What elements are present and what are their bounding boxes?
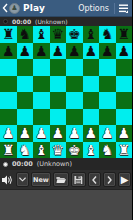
white-rook: ♜ [117, 142, 130, 159]
chevron-right-icon [107, 176, 112, 184]
black-rook: ♜ [117, 26, 130, 43]
square-b6[interactable] [17, 59, 34, 76]
collapse-toolbar-button[interactable] [16, 172, 29, 187]
volume-button[interactable] [1, 172, 14, 187]
square-g5[interactable] [99, 76, 116, 93]
new-game-button[interactable]: New [31, 172, 51, 187]
square-b3[interactable] [17, 109, 34, 126]
square-d8[interactable]: ♛ [50, 26, 67, 43]
square-c6[interactable] [33, 59, 50, 76]
square-c5[interactable] [33, 76, 50, 93]
square-h2[interactable]: ♟ [116, 125, 133, 142]
chevron-down-icon [19, 177, 26, 182]
square-f8[interactable]: ♝ [83, 26, 100, 43]
square-d6[interactable] [50, 59, 67, 76]
black-pawn: ♟ [35, 43, 48, 60]
app-icon: ♟ [9, 3, 20, 14]
square-c2[interactable]: ♟ [33, 125, 50, 142]
square-e6[interactable] [66, 59, 83, 76]
play-forward-button[interactable]: ▶ [118, 172, 131, 187]
previous-move-button[interactable] [88, 172, 101, 187]
white-bishop: ♝ [35, 142, 48, 159]
app-icon-glyph: ♟ [11, 4, 17, 13]
white-pawn: ♟ [101, 125, 114, 142]
white-pawn: ♟ [117, 125, 130, 142]
square-a5[interactable] [0, 76, 17, 93]
white-pawn: ♟ [35, 125, 48, 142]
square-h6[interactable] [116, 59, 133, 76]
square-b5[interactable] [17, 76, 34, 93]
black-pawn: ♟ [2, 43, 15, 60]
white-knight: ♞ [18, 142, 31, 159]
square-f5[interactable] [83, 76, 100, 93]
title-bar: ♟ Play Options [0, 0, 132, 17]
white-king: ♚ [68, 142, 81, 159]
square-g7[interactable]: ♟ [99, 43, 116, 60]
square-h4[interactable] [116, 92, 133, 109]
square-d7[interactable]: ♟ [50, 43, 67, 60]
square-g4[interactable] [99, 92, 116, 109]
black-queen: ♛ [51, 26, 64, 43]
square-f4[interactable] [83, 92, 100, 109]
square-b8[interactable]: ♞ [17, 26, 34, 43]
square-g8[interactable]: ♞ [99, 26, 116, 43]
square-d3[interactable] [50, 109, 67, 126]
chess-app-screen: ♟ Play Options 00:00 (Unknown) ♜♞♝♛♚♝♞♜♟… [0, 0, 132, 220]
white-clock-time: 00:00 [12, 160, 33, 168]
square-d2[interactable]: ♟ [50, 125, 67, 142]
square-h7[interactable]: ♟ [116, 43, 133, 60]
black-circle-icon [3, 19, 8, 24]
black-king: ♚ [68, 26, 81, 43]
square-h1[interactable]: ♜ [116, 142, 133, 159]
white-player-name: (Unknown) [37, 160, 72, 168]
black-rook: ♜ [2, 26, 15, 43]
square-g2[interactable]: ♟ [99, 125, 116, 142]
options-button[interactable]: Options [74, 0, 113, 17]
square-e1[interactable]: ♚ [66, 142, 83, 159]
black-pawn: ♟ [117, 43, 130, 60]
square-c8[interactable]: ♝ [33, 26, 50, 43]
square-c1[interactable]: ♝ [33, 142, 50, 159]
white-clock-row: 00:00 (Unknown) [0, 158, 132, 170]
black-pawn: ♟ [101, 43, 114, 60]
new-game-label: New [33, 176, 49, 184]
square-f6[interactable] [83, 59, 100, 76]
square-f2[interactable]: ♟ [83, 125, 100, 142]
square-h3[interactable] [116, 109, 133, 126]
page-title: Play [23, 3, 45, 13]
square-f1[interactable]: ♝ [83, 142, 100, 159]
bottom-toolbar: New [0, 170, 132, 190]
square-c3[interactable] [33, 109, 50, 126]
square-b4[interactable] [17, 92, 34, 109]
white-circle-icon [3, 162, 8, 167]
black-clock-row: 00:00 (Unknown) [0, 17, 132, 26]
square-e2[interactable]: ♟ [66, 125, 83, 142]
white-pawn: ♟ [2, 125, 15, 142]
back-chevron-icon [2, 3, 8, 13]
black-clock-time: 00:00 [12, 18, 31, 25]
square-e5[interactable] [66, 76, 83, 93]
chess-board: ♜♞♝♛♚♝♞♜♟♟♟♟♟♟♟♟♟♟♟♟♟♟♟♟♜♞♝♛♚♝♞♜ [0, 26, 132, 158]
black-player-name: (Unknown) [35, 18, 68, 25]
square-d4[interactable] [50, 92, 67, 109]
white-pawn: ♟ [18, 125, 31, 142]
speaker-icon [2, 175, 13, 185]
square-d1[interactable]: ♛ [50, 142, 67, 159]
square-c4[interactable] [33, 92, 50, 109]
square-e8[interactable]: ♚ [66, 26, 83, 43]
black-pawn: ♟ [84, 43, 97, 60]
square-b1[interactable]: ♞ [17, 142, 34, 159]
square-a2[interactable]: ♟ [0, 125, 17, 142]
square-g3[interactable] [99, 109, 116, 126]
white-knight: ♞ [101, 142, 114, 159]
square-a4[interactable] [0, 92, 17, 109]
move-list-pane [0, 190, 132, 220]
black-knight: ♞ [101, 26, 114, 43]
square-e7[interactable]: ♟ [66, 43, 83, 60]
square-b2[interactable]: ♟ [17, 125, 34, 142]
titlebar-divider [114, 3, 115, 14]
black-pawn: ♟ [51, 43, 64, 60]
white-pawn: ♟ [84, 125, 97, 142]
chevron-left-icon [92, 176, 97, 184]
square-g1[interactable]: ♞ [99, 142, 116, 159]
square-d5[interactable] [50, 76, 67, 93]
white-bishop: ♝ [84, 142, 97, 159]
folder-open-icon [56, 175, 66, 184]
square-e4[interactable] [66, 92, 83, 109]
white-queen: ♛ [51, 142, 64, 159]
black-bishop: ♝ [35, 26, 48, 43]
square-a8[interactable]: ♜ [0, 26, 17, 43]
white-pawn: ♟ [51, 125, 64, 142]
overflow-menu-icon [119, 4, 128, 13]
square-e3[interactable] [66, 109, 83, 126]
black-bishop: ♝ [84, 26, 97, 43]
square-a1[interactable]: ♜ [0, 142, 17, 159]
back-button[interactable] [2, 0, 8, 17]
black-pawn: ♟ [18, 43, 31, 60]
floppy-disk-icon [74, 175, 83, 185]
square-h5[interactable] [116, 76, 133, 93]
black-knight: ♞ [18, 26, 31, 43]
white-pawn: ♟ [68, 125, 81, 142]
open-game-button[interactable] [53, 172, 69, 187]
square-b7[interactable]: ♟ [17, 43, 34, 60]
square-f3[interactable] [83, 109, 100, 126]
square-g6[interactable] [99, 59, 116, 76]
overflow-menu-button[interactable] [116, 0, 130, 17]
square-h8[interactable]: ♜ [116, 26, 133, 43]
play-icon: ▶ [121, 172, 129, 187]
white-rook: ♜ [2, 142, 15, 159]
square-c7[interactable]: ♟ [33, 43, 50, 60]
next-move-button[interactable] [103, 172, 116, 187]
black-pawn: ♟ [68, 43, 81, 60]
square-a6[interactable] [0, 59, 17, 76]
square-a7[interactable]: ♟ [0, 43, 17, 60]
square-a3[interactable] [0, 109, 17, 126]
save-game-button[interactable] [71, 172, 86, 187]
square-f7[interactable]: ♟ [83, 43, 100, 60]
